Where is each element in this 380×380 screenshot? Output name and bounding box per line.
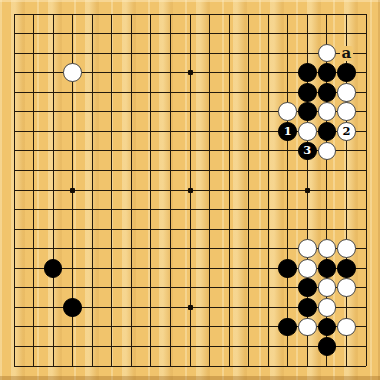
intersection[interactable] <box>239 24 259 44</box>
intersection[interactable] <box>356 82 376 102</box>
intersection[interactable] <box>4 239 24 259</box>
intersection[interactable] <box>161 258 181 278</box>
intersection[interactable] <box>122 24 142 44</box>
intersection[interactable] <box>82 239 102 259</box>
intersection[interactable] <box>122 337 142 357</box>
intersection[interactable] <box>219 63 239 83</box>
intersection[interactable] <box>239 122 259 142</box>
intersection[interactable] <box>337 200 357 220</box>
intersection[interactable] <box>258 356 278 376</box>
intersection[interactable] <box>24 239 44 259</box>
intersection[interactable] <box>122 239 142 259</box>
intersection[interactable] <box>102 161 122 181</box>
intersection[interactable] <box>200 63 220 83</box>
intersection[interactable] <box>337 102 357 122</box>
intersection[interactable] <box>122 122 142 142</box>
intersection[interactable] <box>278 239 298 259</box>
intersection[interactable] <box>102 141 122 161</box>
intersection[interactable] <box>239 317 259 337</box>
intersection[interactable] <box>298 63 318 83</box>
intersection[interactable] <box>43 219 63 239</box>
intersection[interactable] <box>219 4 239 24</box>
intersection[interactable] <box>278 219 298 239</box>
intersection[interactable] <box>24 161 44 181</box>
intersection[interactable] <box>161 4 181 24</box>
intersection[interactable] <box>239 258 259 278</box>
intersection[interactable] <box>356 102 376 122</box>
intersection[interactable] <box>82 337 102 357</box>
intersection[interactable] <box>258 24 278 44</box>
intersection[interactable] <box>337 239 357 259</box>
intersection[interactable] <box>258 298 278 318</box>
intersection[interactable] <box>219 356 239 376</box>
intersection[interactable] <box>258 258 278 278</box>
intersection[interactable] <box>278 161 298 181</box>
intersection[interactable] <box>43 298 63 318</box>
intersection[interactable] <box>102 82 122 102</box>
intersection[interactable] <box>63 43 83 63</box>
intersection[interactable] <box>161 278 181 298</box>
intersection[interactable] <box>200 356 220 376</box>
intersection[interactable] <box>278 278 298 298</box>
intersection[interactable] <box>24 337 44 357</box>
intersection[interactable] <box>4 102 24 122</box>
intersection[interactable] <box>180 298 200 318</box>
intersection[interactable] <box>239 102 259 122</box>
intersection[interactable] <box>141 317 161 337</box>
intersection[interactable] <box>161 161 181 181</box>
intersection[interactable] <box>122 278 142 298</box>
intersection[interactable] <box>82 298 102 318</box>
intersection[interactable] <box>180 180 200 200</box>
intersection[interactable] <box>82 317 102 337</box>
intersection[interactable] <box>317 200 337 220</box>
intersection[interactable] <box>298 180 318 200</box>
intersection[interactable] <box>298 356 318 376</box>
intersection[interactable] <box>200 239 220 259</box>
intersection[interactable] <box>24 82 44 102</box>
intersection[interactable] <box>180 317 200 337</box>
intersection[interactable] <box>356 298 376 318</box>
intersection[interactable] <box>141 356 161 376</box>
intersection[interactable] <box>43 43 63 63</box>
intersection[interactable] <box>82 356 102 376</box>
intersection[interactable] <box>200 278 220 298</box>
intersection[interactable] <box>4 337 24 357</box>
intersection[interactable] <box>82 4 102 24</box>
intersection[interactable] <box>200 180 220 200</box>
intersection[interactable] <box>337 278 357 298</box>
intersection[interactable] <box>200 122 220 142</box>
intersection[interactable] <box>4 122 24 142</box>
intersection[interactable] <box>63 180 83 200</box>
intersection[interactable] <box>337 298 357 318</box>
intersection[interactable] <box>258 82 278 102</box>
intersection[interactable] <box>161 102 181 122</box>
intersection[interactable] <box>200 298 220 318</box>
intersection[interactable] <box>102 200 122 220</box>
intersection[interactable] <box>122 43 142 63</box>
intersection[interactable] <box>180 161 200 181</box>
intersection[interactable] <box>43 4 63 24</box>
intersection[interactable] <box>337 24 357 44</box>
intersection[interactable] <box>317 317 337 337</box>
intersection[interactable] <box>356 356 376 376</box>
intersection[interactable] <box>337 180 357 200</box>
intersection[interactable] <box>141 43 161 63</box>
intersection[interactable] <box>239 239 259 259</box>
intersection[interactable] <box>63 278 83 298</box>
intersection[interactable] <box>82 180 102 200</box>
intersection[interactable] <box>161 82 181 102</box>
intersection[interactable] <box>219 24 239 44</box>
intersection[interactable] <box>82 43 102 63</box>
intersection[interactable] <box>317 180 337 200</box>
intersection[interactable] <box>161 24 181 44</box>
intersection[interactable] <box>141 63 161 83</box>
intersection[interactable] <box>258 317 278 337</box>
intersection[interactable] <box>161 298 181 318</box>
intersection[interactable] <box>200 102 220 122</box>
intersection[interactable] <box>200 219 220 239</box>
intersection[interactable] <box>4 258 24 278</box>
intersection[interactable] <box>180 102 200 122</box>
intersection[interactable] <box>102 356 122 376</box>
intersection[interactable] <box>24 200 44 220</box>
intersection[interactable] <box>356 4 376 24</box>
intersection[interactable] <box>4 141 24 161</box>
intersection[interactable] <box>298 200 318 220</box>
intersection[interactable] <box>102 43 122 63</box>
intersection[interactable] <box>239 200 259 220</box>
intersection[interactable] <box>63 122 83 142</box>
intersection[interactable] <box>82 102 102 122</box>
intersection[interactable] <box>239 4 259 24</box>
intersection[interactable] <box>239 161 259 181</box>
intersection[interactable] <box>219 141 239 161</box>
intersection[interactable] <box>356 180 376 200</box>
intersection[interactable] <box>82 161 102 181</box>
intersection[interactable]: 1 <box>278 122 298 142</box>
intersection[interactable] <box>122 82 142 102</box>
intersection[interactable] <box>219 180 239 200</box>
intersection[interactable] <box>4 24 24 44</box>
intersection[interactable] <box>24 356 44 376</box>
intersection[interactable] <box>219 219 239 239</box>
intersection[interactable] <box>219 258 239 278</box>
intersection[interactable] <box>258 122 278 142</box>
intersection[interactable] <box>63 102 83 122</box>
intersection[interactable] <box>356 219 376 239</box>
intersection[interactable] <box>161 180 181 200</box>
intersection[interactable] <box>24 141 44 161</box>
intersection[interactable] <box>278 141 298 161</box>
intersection[interactable] <box>317 161 337 181</box>
intersection[interactable] <box>219 317 239 337</box>
intersection[interactable] <box>63 317 83 337</box>
intersection[interactable] <box>180 337 200 357</box>
intersection[interactable] <box>258 141 278 161</box>
intersection[interactable] <box>317 82 337 102</box>
intersection[interactable] <box>141 141 161 161</box>
intersection[interactable] <box>102 317 122 337</box>
intersection[interactable] <box>219 239 239 259</box>
intersection[interactable] <box>337 82 357 102</box>
intersection[interactable] <box>317 239 337 259</box>
intersection[interactable] <box>258 180 278 200</box>
intersection[interactable] <box>102 180 122 200</box>
intersection[interactable] <box>317 4 337 24</box>
intersection[interactable] <box>161 122 181 142</box>
intersection[interactable] <box>24 219 44 239</box>
intersection[interactable] <box>356 278 376 298</box>
intersection[interactable] <box>200 82 220 102</box>
intersection[interactable] <box>63 63 83 83</box>
intersection[interactable] <box>63 161 83 181</box>
intersection[interactable] <box>239 356 259 376</box>
intersection[interactable] <box>141 122 161 142</box>
intersection[interactable] <box>63 82 83 102</box>
intersection[interactable] <box>122 4 142 24</box>
intersection[interactable] <box>43 317 63 337</box>
intersection[interactable] <box>258 337 278 357</box>
intersection[interactable] <box>161 337 181 357</box>
intersection[interactable] <box>337 258 357 278</box>
intersection[interactable] <box>122 258 142 278</box>
intersection[interactable] <box>24 43 44 63</box>
intersection[interactable] <box>122 63 142 83</box>
intersection[interactable] <box>200 317 220 337</box>
intersection[interactable] <box>219 82 239 102</box>
intersection[interactable] <box>239 219 259 239</box>
intersection[interactable] <box>356 161 376 181</box>
intersection[interactable] <box>258 239 278 259</box>
intersection[interactable] <box>180 356 200 376</box>
intersection[interactable] <box>200 24 220 44</box>
intersection[interactable] <box>337 317 357 337</box>
intersection[interactable] <box>258 43 278 63</box>
intersection[interactable] <box>24 24 44 44</box>
intersection[interactable] <box>161 63 181 83</box>
intersection[interactable] <box>82 63 102 83</box>
intersection[interactable] <box>219 161 239 181</box>
intersection[interactable] <box>63 298 83 318</box>
intersection[interactable] <box>200 4 220 24</box>
intersection[interactable] <box>4 317 24 337</box>
intersection[interactable] <box>258 161 278 181</box>
intersection[interactable] <box>141 82 161 102</box>
intersection[interactable] <box>102 63 122 83</box>
intersection[interactable] <box>43 180 63 200</box>
intersection[interactable] <box>24 122 44 142</box>
intersection[interactable] <box>337 161 357 181</box>
intersection[interactable] <box>43 356 63 376</box>
intersection[interactable] <box>63 356 83 376</box>
intersection[interactable] <box>4 4 24 24</box>
intersection[interactable] <box>219 298 239 318</box>
intersection[interactable] <box>4 200 24 220</box>
intersection[interactable] <box>258 4 278 24</box>
intersection[interactable] <box>180 63 200 83</box>
intersection[interactable] <box>122 317 142 337</box>
intersection[interactable] <box>278 4 298 24</box>
intersection[interactable] <box>278 43 298 63</box>
intersection[interactable] <box>239 298 259 318</box>
intersection[interactable] <box>63 258 83 278</box>
intersection[interactable] <box>63 337 83 357</box>
intersection[interactable] <box>278 317 298 337</box>
intersection[interactable] <box>278 180 298 200</box>
intersection[interactable] <box>298 122 318 142</box>
intersection[interactable] <box>43 24 63 44</box>
intersection[interactable] <box>356 200 376 220</box>
intersection[interactable] <box>161 219 181 239</box>
intersection[interactable] <box>219 200 239 220</box>
intersection[interactable] <box>141 239 161 259</box>
intersection[interactable] <box>4 82 24 102</box>
intersection[interactable] <box>219 122 239 142</box>
intersection[interactable] <box>239 43 259 63</box>
intersection[interactable] <box>317 356 337 376</box>
intersection[interactable] <box>239 82 259 102</box>
intersection[interactable] <box>141 298 161 318</box>
intersection[interactable] <box>43 63 63 83</box>
intersection[interactable] <box>180 4 200 24</box>
intersection[interactable] <box>82 122 102 142</box>
intersection[interactable] <box>219 337 239 357</box>
intersection[interactable] <box>63 4 83 24</box>
intersection[interactable] <box>24 102 44 122</box>
intersection[interactable] <box>356 317 376 337</box>
intersection[interactable] <box>24 317 44 337</box>
intersection[interactable] <box>317 278 337 298</box>
intersection[interactable] <box>317 219 337 239</box>
intersection[interactable] <box>258 278 278 298</box>
intersection[interactable] <box>317 141 337 161</box>
intersection[interactable] <box>122 298 142 318</box>
intersection[interactable] <box>278 200 298 220</box>
intersection[interactable] <box>317 24 337 44</box>
intersection[interactable] <box>82 200 102 220</box>
intersection[interactable] <box>180 258 200 278</box>
intersection[interactable] <box>141 24 161 44</box>
intersection[interactable] <box>122 356 142 376</box>
intersection[interactable] <box>161 43 181 63</box>
intersection[interactable] <box>122 102 142 122</box>
intersection[interactable] <box>24 63 44 83</box>
intersection[interactable] <box>122 161 142 181</box>
intersection[interactable] <box>43 278 63 298</box>
intersection[interactable] <box>239 180 259 200</box>
intersection[interactable] <box>180 219 200 239</box>
intersection[interactable] <box>317 122 337 142</box>
intersection[interactable] <box>200 141 220 161</box>
intersection[interactable] <box>102 258 122 278</box>
intersection[interactable] <box>317 102 337 122</box>
intersection[interactable] <box>298 219 318 239</box>
intersection[interactable] <box>180 239 200 259</box>
intersection[interactable] <box>298 102 318 122</box>
intersection[interactable] <box>317 63 337 83</box>
intersection[interactable] <box>356 141 376 161</box>
intersection[interactable] <box>122 141 142 161</box>
intersection[interactable] <box>141 4 161 24</box>
intersection[interactable] <box>24 4 44 24</box>
intersection[interactable] <box>278 298 298 318</box>
intersection[interactable] <box>161 200 181 220</box>
intersection[interactable] <box>24 278 44 298</box>
intersection[interactable] <box>141 258 161 278</box>
intersection[interactable] <box>356 63 376 83</box>
intersection[interactable] <box>24 298 44 318</box>
intersection[interactable] <box>298 258 318 278</box>
intersection[interactable] <box>298 43 318 63</box>
intersection[interactable]: a <box>337 43 357 63</box>
intersection[interactable] <box>161 356 181 376</box>
intersection[interactable] <box>43 200 63 220</box>
intersection[interactable] <box>63 239 83 259</box>
intersection[interactable] <box>356 122 376 142</box>
intersection[interactable] <box>298 161 318 181</box>
intersection[interactable] <box>278 82 298 102</box>
intersection[interactable] <box>337 63 357 83</box>
intersection[interactable] <box>356 258 376 278</box>
intersection[interactable] <box>102 298 122 318</box>
intersection[interactable] <box>102 239 122 259</box>
intersection[interactable] <box>278 24 298 44</box>
intersection[interactable] <box>356 24 376 44</box>
intersection[interactable] <box>180 82 200 102</box>
intersection[interactable] <box>278 102 298 122</box>
intersection[interactable]: 3 <box>298 141 318 161</box>
intersection[interactable] <box>337 337 357 357</box>
intersection[interactable] <box>141 219 161 239</box>
intersection[interactable] <box>356 43 376 63</box>
intersection[interactable] <box>102 122 122 142</box>
intersection[interactable] <box>141 200 161 220</box>
intersection[interactable] <box>4 180 24 200</box>
intersection[interactable] <box>161 239 181 259</box>
intersection[interactable] <box>317 298 337 318</box>
intersection[interactable] <box>258 200 278 220</box>
intersection[interactable] <box>258 102 278 122</box>
intersection[interactable] <box>180 24 200 44</box>
intersection[interactable] <box>43 239 63 259</box>
intersection[interactable] <box>180 278 200 298</box>
intersection[interactable] <box>141 278 161 298</box>
intersection[interactable] <box>258 63 278 83</box>
intersection[interactable] <box>82 278 102 298</box>
intersection[interactable] <box>102 24 122 44</box>
intersection[interactable] <box>219 43 239 63</box>
intersection[interactable] <box>43 161 63 181</box>
intersection[interactable] <box>161 141 181 161</box>
intersection[interactable] <box>43 141 63 161</box>
intersection[interactable]: 2 <box>337 122 357 142</box>
intersection[interactable] <box>82 82 102 102</box>
intersection[interactable] <box>24 180 44 200</box>
intersection[interactable] <box>161 317 181 337</box>
intersection[interactable] <box>278 337 298 357</box>
intersection[interactable] <box>63 219 83 239</box>
intersection[interactable] <box>298 239 318 259</box>
intersection[interactable] <box>43 337 63 357</box>
intersection[interactable] <box>102 4 122 24</box>
intersection[interactable] <box>102 219 122 239</box>
intersection[interactable] <box>337 141 357 161</box>
intersection[interactable] <box>4 43 24 63</box>
intersection[interactable] <box>337 219 357 239</box>
